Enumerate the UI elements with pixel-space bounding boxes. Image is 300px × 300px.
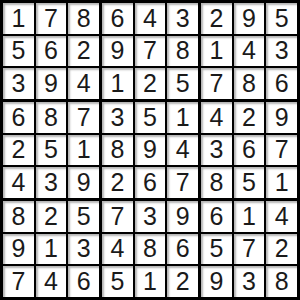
cell-r7c1[interactable]: 8 bbox=[3, 201, 34, 232]
cell-r1c6[interactable]: 3 bbox=[167, 3, 198, 34]
cell-r8c7[interactable]: 5 bbox=[201, 234, 232, 265]
cell-r1c3[interactable]: 8 bbox=[68, 3, 99, 34]
cell-r3c9[interactable]: 6 bbox=[266, 68, 297, 99]
sudoku-box-1-2: 429367851 bbox=[201, 102, 297, 198]
cell-r2c9[interactable]: 3 bbox=[266, 36, 297, 67]
cell-r3c1[interactable]: 3 bbox=[3, 68, 34, 99]
cell-r5c4[interactable]: 8 bbox=[102, 135, 133, 166]
cell-r5c7[interactable]: 3 bbox=[201, 135, 232, 166]
cell-r3c7[interactable]: 7 bbox=[201, 68, 232, 99]
cell-r3c2[interactable]: 9 bbox=[36, 68, 67, 99]
cell-r9c9[interactable]: 8 bbox=[266, 266, 297, 297]
cell-r5c6[interactable]: 4 bbox=[167, 135, 198, 166]
cell-r1c5[interactable]: 4 bbox=[135, 3, 166, 34]
cell-r2c2[interactable]: 6 bbox=[36, 36, 67, 67]
cell-r4c5[interactable]: 5 bbox=[135, 102, 166, 133]
cell-r7c4[interactable]: 7 bbox=[102, 201, 133, 232]
cell-r2c6[interactable]: 8 bbox=[167, 36, 198, 67]
cell-r2c1[interactable]: 5 bbox=[3, 36, 34, 67]
cell-r1c8[interactable]: 9 bbox=[234, 3, 265, 34]
cell-r7c6[interactable]: 9 bbox=[167, 201, 198, 232]
cell-r4c2[interactable]: 8 bbox=[36, 102, 67, 133]
cell-r1c9[interactable]: 5 bbox=[266, 3, 297, 34]
cell-r7c7[interactable]: 6 bbox=[201, 201, 232, 232]
cell-r7c3[interactable]: 5 bbox=[68, 201, 99, 232]
sudoku-box-0-2: 295143786 bbox=[201, 3, 297, 99]
cell-r6c6[interactable]: 7 bbox=[167, 167, 198, 198]
cell-r9c7[interactable]: 9 bbox=[201, 266, 232, 297]
cell-r6c1[interactable]: 4 bbox=[3, 167, 34, 198]
cell-r2c8[interactable]: 4 bbox=[234, 36, 265, 67]
cell-r7c2[interactable]: 2 bbox=[36, 201, 67, 232]
cell-r6c3[interactable]: 9 bbox=[68, 167, 99, 198]
cell-r9c8[interactable]: 3 bbox=[234, 266, 265, 297]
cell-r7c5[interactable]: 3 bbox=[135, 201, 166, 232]
cell-r8c9[interactable]: 2 bbox=[266, 234, 297, 265]
cell-r9c5[interactable]: 1 bbox=[135, 266, 166, 297]
cell-r5c9[interactable]: 7 bbox=[266, 135, 297, 166]
cell-r7c8[interactable]: 1 bbox=[234, 201, 265, 232]
cell-r8c6[interactable]: 6 bbox=[167, 234, 198, 265]
cell-r1c4[interactable]: 6 bbox=[102, 3, 133, 34]
cell-r8c1[interactable]: 9 bbox=[3, 234, 34, 265]
sudoku-box-1-0: 687251439 bbox=[3, 102, 99, 198]
cell-r3c4[interactable]: 1 bbox=[102, 68, 133, 99]
cell-r5c1[interactable]: 2 bbox=[3, 135, 34, 166]
cell-r1c1[interactable]: 1 bbox=[3, 3, 34, 34]
cell-r2c3[interactable]: 2 bbox=[68, 36, 99, 67]
cell-r8c2[interactable]: 1 bbox=[36, 234, 67, 265]
cell-r2c5[interactable]: 7 bbox=[135, 36, 166, 67]
cell-r2c4[interactable]: 9 bbox=[102, 36, 133, 67]
cell-r5c2[interactable]: 5 bbox=[36, 135, 67, 166]
cell-r4c6[interactable]: 1 bbox=[167, 102, 198, 133]
cell-r3c8[interactable]: 8 bbox=[234, 68, 265, 99]
cell-r5c8[interactable]: 6 bbox=[234, 135, 265, 166]
cell-r6c5[interactable]: 6 bbox=[135, 167, 166, 198]
cell-r9c3[interactable]: 6 bbox=[68, 266, 99, 297]
cell-r9c6[interactable]: 2 bbox=[167, 266, 198, 297]
sudoku-board: 1785623946439781252951437866872514393518… bbox=[0, 0, 300, 300]
cell-r3c5[interactable]: 2 bbox=[135, 68, 166, 99]
cell-r6c9[interactable]: 1 bbox=[266, 167, 297, 198]
cell-r1c7[interactable]: 2 bbox=[201, 3, 232, 34]
sudoku-box-2-2: 614572938 bbox=[201, 201, 297, 297]
cell-r5c3[interactable]: 1 bbox=[68, 135, 99, 166]
cell-r8c3[interactable]: 3 bbox=[68, 234, 99, 265]
cell-r8c8[interactable]: 7 bbox=[234, 234, 265, 265]
cell-r8c4[interactable]: 4 bbox=[102, 234, 133, 265]
sudoku-box-0-1: 643978125 bbox=[102, 3, 198, 99]
cell-r3c6[interactable]: 5 bbox=[167, 68, 198, 99]
cell-r6c4[interactable]: 2 bbox=[102, 167, 133, 198]
cell-r1c2[interactable]: 7 bbox=[36, 3, 67, 34]
cell-r6c8[interactable]: 5 bbox=[234, 167, 265, 198]
sudoku-box-1-1: 351894267 bbox=[102, 102, 198, 198]
cell-r6c2[interactable]: 3 bbox=[36, 167, 67, 198]
sudoku-box-0-0: 178562394 bbox=[3, 3, 99, 99]
cell-r5c5[interactable]: 9 bbox=[135, 135, 166, 166]
cell-r8c5[interactable]: 8 bbox=[135, 234, 166, 265]
cell-r9c4[interactable]: 5 bbox=[102, 266, 133, 297]
cell-r6c7[interactable]: 8 bbox=[201, 167, 232, 198]
cell-r9c1[interactable]: 7 bbox=[3, 266, 34, 297]
cell-r3c3[interactable]: 4 bbox=[68, 68, 99, 99]
cell-r4c1[interactable]: 6 bbox=[3, 102, 34, 133]
cell-r9c2[interactable]: 4 bbox=[36, 266, 67, 297]
cell-r4c9[interactable]: 9 bbox=[266, 102, 297, 133]
cell-r7c9[interactable]: 4 bbox=[266, 201, 297, 232]
sudoku-box-2-1: 739486512 bbox=[102, 201, 198, 297]
cell-r4c4[interactable]: 3 bbox=[102, 102, 133, 133]
sudoku-box-2-0: 825913746 bbox=[3, 201, 99, 297]
cell-r4c8[interactable]: 2 bbox=[234, 102, 265, 133]
cell-r2c7[interactable]: 1 bbox=[201, 36, 232, 67]
cell-r4c7[interactable]: 4 bbox=[201, 102, 232, 133]
cell-r4c3[interactable]: 7 bbox=[68, 102, 99, 133]
